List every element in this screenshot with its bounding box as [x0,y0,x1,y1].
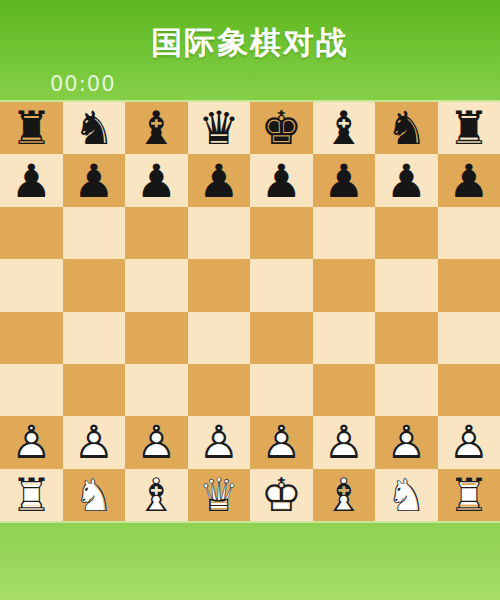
black-bishop: ♝ [313,102,376,154]
square-h3[interactable] [438,364,500,416]
square-g2[interactable]: ♟♙ [375,416,438,468]
square-c3[interactable] [125,364,188,416]
black-queen: ♛ [188,102,251,154]
square-c5[interactable] [125,259,188,311]
square-b4[interactable] [63,312,126,364]
square-b6[interactable] [63,207,126,259]
square-c7[interactable]: ♟ [125,154,188,206]
square-b1[interactable]: ♞♘ [63,469,126,521]
square-f5[interactable] [313,259,376,311]
square-e6[interactable] [250,207,313,259]
square-h5[interactable] [438,259,500,311]
square-h7[interactable]: ♟ [438,154,500,206]
square-a3[interactable] [0,364,63,416]
square-h6[interactable] [438,207,500,259]
black-knight: ♞ [375,102,438,154]
square-g7[interactable]: ♟ [375,154,438,206]
black-king: ♚ [250,102,313,154]
square-b5[interactable] [63,259,126,311]
white-knight: ♞♘ [375,469,438,521]
square-d8[interactable]: ♛ [188,102,251,154]
square-a7[interactable]: ♟ [0,154,63,206]
square-g1[interactable]: ♞♘ [375,469,438,521]
white-pawn: ♟♙ [438,416,500,468]
black-pawn: ♟ [313,154,376,206]
square-d3[interactable] [188,364,251,416]
square-f4[interactable] [313,312,376,364]
black-pawn: ♟ [375,154,438,206]
square-a5[interactable] [0,259,63,311]
page-title: 国际象棋对战 [0,22,500,64]
square-e3[interactable] [250,364,313,416]
black-pawn: ♟ [125,154,188,206]
white-bishop: ♝♗ [125,469,188,521]
white-rook: ♜♖ [0,469,63,521]
opponent-clock: 00:00 [50,72,116,96]
square-e8[interactable]: ♚ [250,102,313,154]
square-e5[interactable] [250,259,313,311]
square-c4[interactable] [125,312,188,364]
white-bishop: ♝♗ [313,469,376,521]
black-knight: ♞ [63,102,126,154]
black-pawn: ♟ [0,154,63,206]
square-a1[interactable]: ♜♖ [0,469,63,521]
black-pawn: ♟ [250,154,313,206]
square-f7[interactable]: ♟ [313,154,376,206]
footer-bar: 00:00 新建 [0,523,500,600]
square-h4[interactable] [438,312,500,364]
header-bar: 国际象棋对战 00:00 [0,0,500,100]
square-g5[interactable] [375,259,438,311]
square-b3[interactable] [63,364,126,416]
square-d5[interactable] [188,259,251,311]
square-h1[interactable]: ♜♖ [438,469,500,521]
black-pawn: ♟ [438,154,500,206]
square-b7[interactable]: ♟ [63,154,126,206]
black-pawn: ♟ [188,154,251,206]
square-e4[interactable] [250,312,313,364]
square-e1[interactable]: ♚♔ [250,469,313,521]
black-rook: ♜ [438,102,500,154]
square-b2[interactable]: ♟♙ [63,416,126,468]
square-f1[interactable]: ♝♗ [313,469,376,521]
white-queen: ♛♕ [188,469,251,521]
square-c1[interactable]: ♝♗ [125,469,188,521]
square-a4[interactable] [0,312,63,364]
white-knight: ♞♘ [63,469,126,521]
white-pawn: ♟♙ [63,416,126,468]
white-pawn: ♟♙ [313,416,376,468]
white-pawn: ♟♙ [375,416,438,468]
square-h2[interactable]: ♟♙ [438,416,500,468]
square-a8[interactable]: ♜ [0,102,63,154]
square-g6[interactable] [375,207,438,259]
white-king: ♚♔ [250,469,313,521]
square-d4[interactable] [188,312,251,364]
square-g3[interactable] [375,364,438,416]
square-f8[interactable]: ♝ [313,102,376,154]
square-d7[interactable]: ♟ [188,154,251,206]
square-c8[interactable]: ♝ [125,102,188,154]
square-c6[interactable] [125,207,188,259]
square-d6[interactable] [188,207,251,259]
black-rook: ♜ [0,102,63,154]
square-h8[interactable]: ♜ [438,102,500,154]
square-f2[interactable]: ♟♙ [313,416,376,468]
square-b8[interactable]: ♞ [63,102,126,154]
chess-board[interactable]: ♜♞♝♛♚♝♞♜♟♟♟♟♟♟♟♟♟♙♟♙♟♙♟♙♟♙♟♙♟♙♟♙♜♖♞♘♝♗♛♕… [0,100,500,523]
square-e7[interactable]: ♟ [250,154,313,206]
square-f3[interactable] [313,364,376,416]
white-pawn: ♟♙ [188,416,251,468]
square-a2[interactable]: ♟♙ [0,416,63,468]
square-d1[interactable]: ♛♕ [188,469,251,521]
white-rook: ♜♖ [438,469,500,521]
square-e2[interactable]: ♟♙ [250,416,313,468]
white-pawn: ♟♙ [125,416,188,468]
white-pawn: ♟♙ [250,416,313,468]
square-g4[interactable] [375,312,438,364]
square-a6[interactable] [0,207,63,259]
square-f6[interactable] [313,207,376,259]
black-pawn: ♟ [63,154,126,206]
square-c2[interactable]: ♟♙ [125,416,188,468]
square-g8[interactable]: ♞ [375,102,438,154]
black-bishop: ♝ [125,102,188,154]
white-pawn: ♟♙ [0,416,63,468]
square-d2[interactable]: ♟♙ [188,416,251,468]
